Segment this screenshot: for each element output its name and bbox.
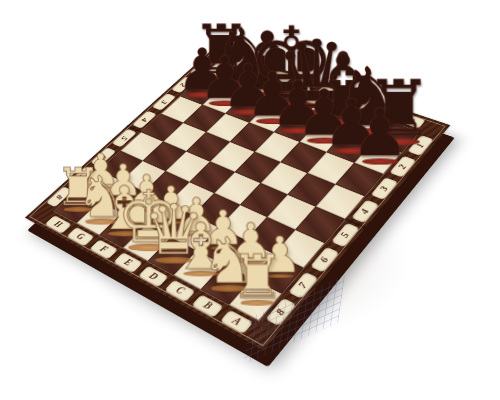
rank-text: 4 <box>139 117 149 122</box>
piece-glyph: ♟ <box>350 104 409 163</box>
file-text: G <box>251 65 261 72</box>
file-text: F <box>275 73 285 80</box>
file-text: E <box>299 81 309 88</box>
piece-glyph: ♜ <box>230 251 284 305</box>
rank-text: 5 <box>119 135 129 141</box>
file-text: H <box>229 57 240 64</box>
rank-text: 6 <box>98 154 108 160</box>
rank-text: 3 <box>159 100 168 105</box>
rank-text: 1 <box>197 66 206 71</box>
rank-text: 2 <box>178 82 187 87</box>
product-photo: 87654321HHGGFFEEDDCCBBAA87654321♜♟♞♟♝♟♚♟… <box>0 0 500 400</box>
rank-text: 8 <box>54 194 64 200</box>
